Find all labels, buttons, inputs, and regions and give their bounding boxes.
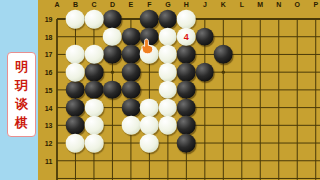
- column-label: A: [54, 1, 59, 8]
- column-label: D: [110, 1, 115, 8]
- column-label: J: [203, 1, 207, 8]
- stone-white-B12: [66, 134, 85, 153]
- stone-black-E15: [122, 81, 141, 100]
- stone-black-E14: [122, 98, 141, 117]
- brand-box: 明玥谈棋: [7, 52, 36, 137]
- row-label: 14: [45, 104, 53, 111]
- row-label: 19: [45, 16, 53, 23]
- stone-black-F19: [140, 10, 159, 29]
- video-frame: 明玥谈棋 ABCDEFGHJKLMNOP191817161514131211 4: [0, 0, 320, 180]
- stone-white-G14: [159, 98, 178, 117]
- hand-cursor-icon: [141, 38, 154, 59]
- go-board: ABCDEFGHJKLMNOP191817161514131211 4: [38, 0, 320, 180]
- stone-black-G19: [159, 10, 178, 29]
- stone-white-B16: [66, 63, 85, 82]
- stone-black-J16: [196, 63, 215, 82]
- stone-white-C19: [85, 10, 104, 29]
- stone-black-E16: [122, 63, 141, 82]
- stone-white-D18: [103, 27, 122, 46]
- column-label: K: [221, 1, 226, 8]
- stone-white-C13: [85, 116, 104, 135]
- stone-black-H15: [177, 81, 196, 100]
- stone-black-C16: [85, 63, 104, 82]
- column-label: B: [73, 1, 78, 8]
- stone-white-C17: [85, 45, 104, 64]
- stone-black-C15: [85, 81, 104, 100]
- stone-black-D15: [103, 81, 122, 100]
- stone-white-H18: 4: [177, 27, 196, 46]
- stone-white-C12: [85, 134, 104, 153]
- stone-white-B17: [66, 45, 85, 64]
- column-label: F: [147, 1, 151, 8]
- brand-char: 明: [15, 60, 28, 73]
- stone-black-B15: [66, 81, 85, 100]
- stone-white-G16: [159, 63, 178, 82]
- row-label: 12: [45, 140, 53, 147]
- row-label: 15: [45, 86, 53, 93]
- stone-black-H16: [177, 63, 196, 82]
- column-label: M: [257, 1, 263, 8]
- column-label: P: [313, 1, 318, 8]
- column-label: L: [240, 1, 244, 8]
- row-label: 13: [45, 122, 53, 129]
- row-label: 16: [45, 69, 53, 76]
- stone-black-B13: [66, 116, 85, 135]
- stone-black-E17: [122, 45, 141, 64]
- column-label: G: [165, 1, 170, 8]
- stone-black-H14: [177, 98, 196, 117]
- stone-black-D17: [103, 45, 122, 64]
- column-label: E: [129, 1, 134, 8]
- stone-white-E13: [122, 116, 141, 135]
- brand-char: 棋: [15, 116, 28, 129]
- row-label: 18: [45, 33, 53, 40]
- sidebar: 明玥谈棋: [0, 0, 38, 180]
- stone-black-H17: [177, 45, 196, 64]
- row-label: 11: [45, 157, 52, 164]
- stone-white-F14: [140, 98, 159, 117]
- column-label: C: [91, 1, 96, 8]
- column-label: H: [184, 1, 189, 8]
- star-point: [111, 70, 114, 73]
- stone-white-G18: [159, 27, 178, 46]
- stone-white-B19: [66, 10, 85, 29]
- brand-char: 玥: [15, 79, 28, 92]
- stone-black-H12: [177, 134, 196, 153]
- stone-white-F13: [140, 116, 159, 135]
- stone-black-B14: [66, 98, 85, 117]
- stone-white-F12: [140, 134, 159, 153]
- stone-black-K17: [214, 45, 233, 64]
- stone-white-H19: [177, 10, 196, 29]
- row-label: 17: [45, 51, 53, 58]
- stone-black-D19: [103, 10, 122, 29]
- stone-black-J18: [196, 27, 215, 46]
- stone-black-E18: [122, 27, 141, 46]
- stone-white-C14: [85, 98, 104, 117]
- column-label: O: [295, 1, 300, 8]
- stone-white-G13: [159, 116, 178, 135]
- brand-char: 谈: [15, 97, 28, 110]
- move-number-label: 4: [184, 32, 189, 41]
- stone-black-H13: [177, 116, 196, 135]
- star-point: [222, 70, 225, 73]
- stone-white-G15: [159, 81, 178, 100]
- stone-white-G17: [159, 45, 178, 64]
- column-label: N: [276, 1, 281, 8]
